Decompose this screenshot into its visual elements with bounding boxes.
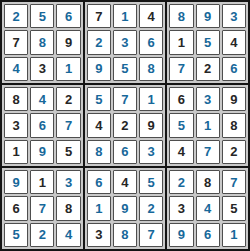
sudoku-cell[interactable]: 9 [196,4,220,28]
cell-digit: 7 [148,228,155,241]
sudoku-cell[interactable]: 8 [139,57,163,81]
cell-digit: 5 [178,119,185,132]
sudoku-cell[interactable]: 3 [4,113,28,137]
cell-digit: 2 [65,93,72,106]
sudoku-cell[interactable]: 1 [30,170,54,194]
cell-digit: 9 [230,93,237,106]
cell-digit: 7 [65,119,72,132]
sudoku-cell[interactable]: 7 [139,223,163,247]
cell-digit: 7 [39,202,46,215]
cell-digit: 4 [230,36,237,49]
cell-digit: 5 [204,36,211,49]
cell-digit: 5 [121,62,128,75]
sudoku-cell[interactable]: 3 [56,170,80,194]
sudoku-cell[interactable]: 2 [222,140,246,164]
cell-digit: 3 [178,202,185,215]
cell-digit: 7 [95,10,102,23]
sudoku-cell[interactable]: 1 [87,196,111,220]
cell-digit: 5 [148,176,155,189]
cell-digit: 9 [39,145,46,158]
cell-digit: 9 [178,228,185,241]
sudoku-cell[interactable]: 1 [222,223,246,247]
cell-digit: 4 [39,93,46,106]
cell-digit: 4 [178,145,185,158]
cell-digit: 6 [148,36,155,49]
cell-digit: 3 [204,93,211,106]
cell-digit: 3 [148,145,155,158]
cell-digit: 5 [12,228,19,241]
sudoku-cell[interactable]: 2 [139,196,163,220]
sudoku-box: 913678524 [2,168,83,249]
sudoku-cell[interactable]: 8 [113,223,137,247]
sudoku-cell[interactable]: 6 [30,113,54,137]
cell-digit: 8 [230,119,237,132]
sudoku-cell[interactable]: 9 [139,113,163,137]
cell-digit: 5 [95,93,102,106]
sudoku-cell[interactable]: 5 [4,223,28,247]
cell-digit: 4 [65,228,72,241]
cell-digit: 6 [204,228,211,241]
sudoku-cell[interactable]: 5 [169,113,193,137]
cell-digit: 7 [121,93,128,106]
sudoku-box: 639518472 [167,85,248,166]
cell-digit: 1 [95,202,102,215]
cell-digit: 6 [39,119,46,132]
sudoku-cell[interactable]: 7 [87,4,111,28]
cell-digit: 8 [65,202,72,215]
sudoku-cell[interactable]: 5 [222,196,246,220]
sudoku-cell[interactable]: 5 [139,170,163,194]
sudoku-cell[interactable]: 4 [56,223,80,247]
sudoku-cell[interactable]: 8 [196,170,220,194]
sudoku-cell[interactable]: 1 [139,87,163,111]
sudoku-box: 842367195 [2,85,83,166]
sudoku-cell[interactable]: 3 [113,30,137,54]
sudoku-cell[interactable]: 9 [4,170,28,194]
sudoku-cell[interactable]: 3 [139,140,163,164]
cell-digit: 1 [148,93,155,106]
cell-digit: 6 [95,176,102,189]
sudoku-box: 893154726 [167,2,248,83]
cell-digit: 8 [204,176,211,189]
sudoku-box: 645192387 [85,168,166,249]
sudoku-cell[interactable]: 7 [169,57,193,81]
cell-digit: 9 [95,62,102,75]
sudoku-cell[interactable]: 5 [113,57,137,81]
cell-digit: 2 [39,228,46,241]
sudoku-cell[interactable]: 1 [196,113,220,137]
sudoku-cell[interactable]: 7 [30,196,54,220]
sudoku-cell[interactable]: 8 [30,30,54,54]
sudoku-cell[interactable]: 5 [56,140,80,164]
cell-digit: 9 [204,10,211,23]
cell-digit: 5 [230,202,237,215]
cell-digit: 7 [12,36,19,49]
sudoku-box: 714236958 [85,2,166,83]
cell-digit: 1 [178,36,185,49]
cell-digit: 6 [178,93,185,106]
sudoku-cell[interactable]: 9 [56,30,80,54]
cell-digit: 7 [230,176,237,189]
cell-digit: 4 [204,202,211,215]
cell-digit: 3 [12,119,19,132]
sudoku-cell[interactable]: 6 [196,223,220,247]
sudoku-cell[interactable]: 8 [56,196,80,220]
sudoku-cell[interactable]: 4 [139,4,163,28]
cell-digit: 6 [12,202,19,215]
cell-digit: 2 [148,202,155,215]
sudoku-cell[interactable]: 4 [196,196,220,220]
cell-digit: 4 [148,10,155,23]
sudoku-cell[interactable]: 3 [87,223,111,247]
cell-digit: 3 [39,62,46,75]
cell-digit: 6 [65,10,72,23]
cell-digit: 3 [95,228,102,241]
sudoku-cell[interactable]: 3 [30,57,54,81]
cell-digit: 9 [65,36,72,49]
sudoku-box: 287345961 [167,168,248,249]
sudoku-cell[interactable]: 8 [4,87,28,111]
sudoku-cell[interactable]: 9 [30,140,54,164]
sudoku-cell[interactable]: 1 [56,57,80,81]
cell-digit: 4 [12,62,19,75]
sudoku-cell[interactable]: 4 [30,87,54,111]
sudoku-board: 2567894317142369588931547268423671955714… [0,0,250,251]
cell-digit: 6 [121,145,128,158]
sudoku-cell[interactable]: 3 [196,87,220,111]
cell-digit: 3 [121,36,128,49]
sudoku-cell[interactable]: 7 [113,87,137,111]
sudoku-box: 571429863 [85,85,166,166]
cell-digit: 2 [121,119,128,132]
sudoku-cell[interactable]: 9 [113,196,137,220]
cell-digit: 8 [12,93,19,106]
sudoku-cell[interactable]: 3 [169,196,193,220]
sudoku-cell[interactable]: 6 [56,4,80,28]
cell-digit: 6 [230,62,237,75]
sudoku-cell[interactable]: 2 [4,4,28,28]
cell-digit: 9 [121,202,128,215]
cell-digit: 1 [65,62,72,75]
sudoku-cell[interactable]: 1 [4,140,28,164]
cell-digit: 2 [178,176,185,189]
sudoku-cell[interactable]: 2 [169,170,193,194]
sudoku-cell[interactable]: 6 [113,140,137,164]
sudoku-cell[interactable]: 9 [169,223,193,247]
sudoku-cell[interactable]: 5 [87,87,111,111]
sudoku-cell[interactable]: 6 [139,30,163,54]
cell-digit: 3 [65,176,72,189]
sudoku-cell[interactable]: 7 [196,140,220,164]
cell-digit: 2 [12,10,19,23]
cell-digit: 8 [39,36,46,49]
sudoku-cell[interactable]: 7 [4,30,28,54]
sudoku-cell[interactable]: 2 [87,30,111,54]
cell-digit: 1 [230,228,237,241]
sudoku-box: 256789431 [2,2,83,83]
cell-digit: 2 [95,36,102,49]
sudoku-cell[interactable]: 3 [222,4,246,28]
cell-digit: 3 [230,10,237,23]
cell-digit: 2 [204,62,211,75]
sudoku-cell[interactable]: 4 [87,113,111,137]
sudoku-cell[interactable]: 4 [113,170,137,194]
sudoku-cell[interactable]: 2 [196,57,220,81]
sudoku-cell[interactable]: 8 [169,4,193,28]
cell-digit: 4 [121,176,128,189]
cell-digit: 2 [230,145,237,158]
cell-digit: 1 [12,145,19,158]
cell-digit: 7 [178,62,185,75]
sudoku-cell[interactable]: 1 [169,30,193,54]
sudoku-cell[interactable]: 2 [56,87,80,111]
sudoku-cell[interactable]: 7 [56,113,80,137]
sudoku-cell[interactable]: 1 [113,4,137,28]
cell-digit: 5 [39,10,46,23]
sudoku-cell[interactable]: 5 [30,4,54,28]
sudoku-cell[interactable]: 2 [113,113,137,137]
cell-digit: 7 [204,145,211,158]
sudoku-cell[interactable]: 8 [222,113,246,137]
cell-digit: 8 [178,10,185,23]
sudoku-cell[interactable]: 8 [87,140,111,164]
sudoku-cell[interactable]: 6 [4,196,28,220]
sudoku-cell[interactable]: 6 [87,170,111,194]
sudoku-cell[interactable]: 4 [222,30,246,54]
sudoku-cell[interactable]: 5 [196,30,220,54]
cell-digit: 5 [65,145,72,158]
cell-digit: 1 [121,10,128,23]
cell-digit: 8 [148,62,155,75]
sudoku-cell[interactable]: 4 [169,140,193,164]
sudoku-cell[interactable]: 6 [169,87,193,111]
cell-digit: 1 [39,176,46,189]
sudoku-cell[interactable]: 9 [222,87,246,111]
cell-digit: 8 [121,228,128,241]
cell-digit: 9 [148,119,155,132]
sudoku-cell[interactable]: 6 [222,57,246,81]
cell-digit: 4 [95,119,102,132]
cell-digit: 9 [12,176,19,189]
cell-digit: 1 [204,119,211,132]
sudoku-cell[interactable]: 7 [222,170,246,194]
sudoku-cell[interactable]: 9 [87,57,111,81]
sudoku-cell[interactable]: 2 [30,223,54,247]
cell-digit: 8 [95,145,102,158]
sudoku-cell[interactable]: 4 [4,57,28,81]
